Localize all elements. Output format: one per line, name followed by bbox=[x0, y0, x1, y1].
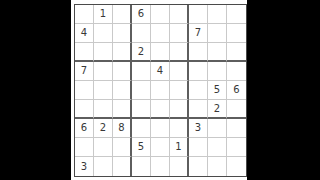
cell-r3c3[interactable] bbox=[113, 43, 132, 62]
cell-r6c1[interactable] bbox=[75, 100, 94, 119]
cell-r6c6[interactable] bbox=[170, 100, 189, 119]
cell-r7c9[interactable] bbox=[227, 119, 246, 138]
cell-r5c9[interactable]: 6 bbox=[227, 81, 246, 100]
cell-r9c1[interactable]: 3 bbox=[75, 157, 94, 176]
cell-r3c9[interactable] bbox=[227, 43, 246, 62]
cell-r4c4[interactable] bbox=[132, 62, 151, 81]
cell-r1c9[interactable] bbox=[227, 5, 246, 24]
cell-r1c6[interactable] bbox=[170, 5, 189, 24]
cell-r4c2[interactable] bbox=[94, 62, 113, 81]
cell-r5c6[interactable] bbox=[170, 81, 189, 100]
cell-r8c1[interactable] bbox=[75, 138, 94, 157]
cell-r9c9[interactable] bbox=[227, 157, 246, 176]
cell-r3c5[interactable] bbox=[151, 43, 170, 62]
cell-r2c4[interactable] bbox=[132, 24, 151, 43]
cell-r9c2[interactable] bbox=[94, 157, 113, 176]
cell-r1c2[interactable]: 1 bbox=[94, 5, 113, 24]
cell-r4c6[interactable] bbox=[170, 62, 189, 81]
cell-r2c7[interactable]: 7 bbox=[189, 24, 208, 43]
cell-r2c6[interactable] bbox=[170, 24, 189, 43]
cell-r8c4[interactable]: 5 bbox=[132, 138, 151, 157]
cell-r4c9[interactable] bbox=[227, 62, 246, 81]
cell-r3c2[interactable] bbox=[94, 43, 113, 62]
cell-r6c3[interactable] bbox=[113, 100, 132, 119]
cell-r9c7[interactable] bbox=[189, 157, 208, 176]
cell-r3c1[interactable] bbox=[75, 43, 94, 62]
cell-r1c3[interactable] bbox=[113, 5, 132, 24]
cell-r9c8[interactable] bbox=[208, 157, 227, 176]
cell-r1c7[interactable] bbox=[189, 5, 208, 24]
cell-r5c7[interactable] bbox=[189, 81, 208, 100]
cell-r2c2[interactable] bbox=[94, 24, 113, 43]
cell-r2c3[interactable] bbox=[113, 24, 132, 43]
cell-r8c3[interactable] bbox=[113, 138, 132, 157]
cell-r5c3[interactable] bbox=[113, 81, 132, 100]
cell-r1c1[interactable] bbox=[75, 5, 94, 24]
cell-r8c5[interactable] bbox=[151, 138, 170, 157]
cell-r9c5[interactable] bbox=[151, 157, 170, 176]
cell-r8c9[interactable] bbox=[227, 138, 246, 157]
cell-r1c5[interactable] bbox=[151, 5, 170, 24]
cell-r3c7[interactable] bbox=[189, 43, 208, 62]
cell-r2c9[interactable] bbox=[227, 24, 246, 43]
cell-r8c7[interactable] bbox=[189, 138, 208, 157]
cell-r9c3[interactable] bbox=[113, 157, 132, 176]
cell-r5c5[interactable] bbox=[151, 81, 170, 100]
cell-r1c4[interactable]: 6 bbox=[132, 5, 151, 24]
cell-r5c4[interactable] bbox=[132, 81, 151, 100]
cell-r7c6[interactable] bbox=[170, 119, 189, 138]
cell-r5c1[interactable] bbox=[75, 81, 94, 100]
cell-r2c8[interactable] bbox=[208, 24, 227, 43]
cell-r1c8[interactable] bbox=[208, 5, 227, 24]
cell-r5c2[interactable] bbox=[94, 81, 113, 100]
cell-r6c2[interactable] bbox=[94, 100, 113, 119]
sudoku-board: 16472745626283513 bbox=[74, 4, 247, 177]
cell-r4c7[interactable] bbox=[189, 62, 208, 81]
cell-r6c9[interactable] bbox=[227, 100, 246, 119]
cell-r7c2[interactable]: 2 bbox=[94, 119, 113, 138]
cell-r7c5[interactable] bbox=[151, 119, 170, 138]
cell-r9c6[interactable] bbox=[170, 157, 189, 176]
cell-r7c1[interactable]: 6 bbox=[75, 119, 94, 138]
letterbox-right bbox=[247, 0, 320, 180]
cell-r4c3[interactable] bbox=[113, 62, 132, 81]
content-panel: 16472745626283513 bbox=[71, 0, 247, 180]
cell-r7c7[interactable]: 3 bbox=[189, 119, 208, 138]
cell-r2c5[interactable] bbox=[151, 24, 170, 43]
cell-r6c7[interactable] bbox=[189, 100, 208, 119]
cell-r3c8[interactable] bbox=[208, 43, 227, 62]
cell-r7c8[interactable] bbox=[208, 119, 227, 138]
cell-r5c8[interactable]: 5 bbox=[208, 81, 227, 100]
cell-r9c4[interactable] bbox=[132, 157, 151, 176]
cell-r4c1[interactable]: 7 bbox=[75, 62, 94, 81]
cell-r4c5[interactable]: 4 bbox=[151, 62, 170, 81]
cell-r6c8[interactable]: 2 bbox=[208, 100, 227, 119]
cell-r7c3[interactable]: 8 bbox=[113, 119, 132, 138]
cell-r4c8[interactable] bbox=[208, 62, 227, 81]
cell-r8c6[interactable]: 1 bbox=[170, 138, 189, 157]
cell-r2c1[interactable]: 4 bbox=[75, 24, 94, 43]
cell-r3c6[interactable] bbox=[170, 43, 189, 62]
cell-r6c4[interactable] bbox=[132, 100, 151, 119]
cell-r3c4[interactable]: 2 bbox=[132, 43, 151, 62]
cell-r7c4[interactable] bbox=[132, 119, 151, 138]
letterbox-left bbox=[0, 0, 71, 180]
cell-r8c2[interactable] bbox=[94, 138, 113, 157]
cell-r8c8[interactable] bbox=[208, 138, 227, 157]
cell-r6c5[interactable] bbox=[151, 100, 170, 119]
